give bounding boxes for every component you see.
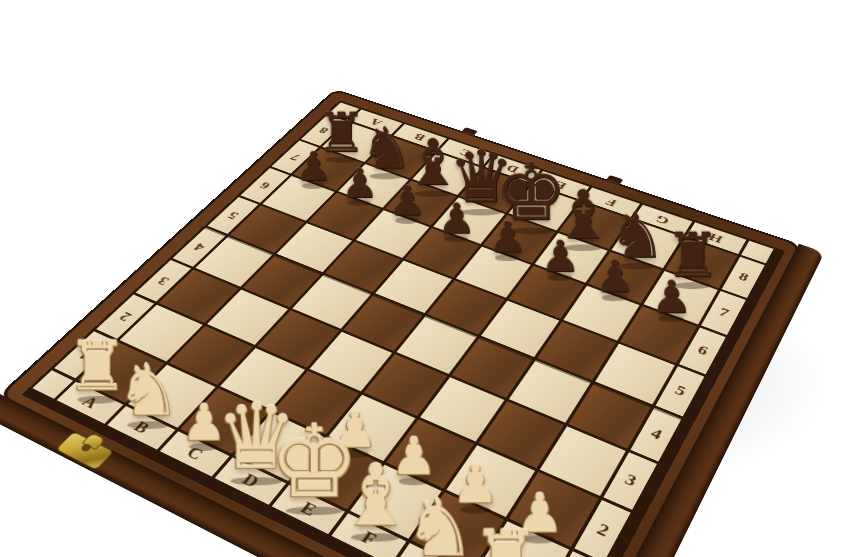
piece-black-pawn: ♟ — [651, 275, 692, 320]
rank-label-text: 2 — [115, 309, 135, 325]
label-rank-3-right: 3 — [603, 452, 657, 510]
file-label-text: A — [367, 116, 385, 128]
rank-label-text: 7 — [716, 305, 731, 320]
file-label-text: A — [77, 393, 102, 413]
square-h4 — [568, 384, 651, 449]
scene: ABCDEFGH8♜♞♝♛♚♝♞♜87♟♟♟♟♟♟♟♟7665544332♟♟♟… — [0, 0, 867, 557]
rank-label-text: 1 — [74, 346, 95, 363]
file-label-text: F — [603, 196, 619, 209]
file-label-text: E — [296, 498, 321, 521]
file-label-text: H — [707, 231, 726, 246]
label-rank-8-right: 8 — [722, 257, 765, 299]
rank-label-text: 8 — [736, 270, 751, 285]
file-label-text: G — [654, 213, 673, 228]
file-label-text: D — [504, 162, 522, 175]
label-rank-2-left: 2 — [96, 295, 154, 339]
border-corner — [741, 241, 774, 264]
hinge-icon — [460, 127, 477, 136]
chess-board: ABCDEFGH8♜♞♝♛♚♝♞♜87♟♟♟♟♟♟♟♟7665544332♟♟♟… — [0, 89, 802, 557]
label-rank-6-right: 6 — [679, 328, 726, 375]
rank-label-text: 3 — [154, 273, 173, 288]
rank-label-text: 8 — [316, 125, 332, 136]
rank-label-text: 5 — [672, 382, 689, 400]
rank-label-text: 3 — [621, 471, 639, 491]
file-label-text: C — [182, 443, 207, 464]
file-label-text: B — [412, 131, 429, 143]
rank-label-text: 6 — [257, 179, 274, 191]
file-label-text: B — [129, 418, 153, 438]
hinge-icon — [606, 175, 624, 185]
rank-label-text: 5 — [224, 209, 242, 222]
rank-label-text: 2 — [593, 520, 612, 542]
label-rank-7-right: 7 — [701, 291, 746, 335]
file-label-text: E — [553, 179, 570, 192]
rank-label-text: 7 — [287, 151, 303, 163]
rank-label-text: 4 — [648, 425, 665, 444]
rank-label-text: 4 — [190, 240, 208, 254]
label-file-f: F — [331, 513, 406, 557]
file-label-text: F — [357, 527, 381, 550]
file-label-text: C — [457, 146, 475, 159]
file-label-text: D — [238, 470, 263, 492]
rank-label-text: 6 — [695, 342, 711, 359]
label-file-h-far: H — [686, 222, 746, 254]
